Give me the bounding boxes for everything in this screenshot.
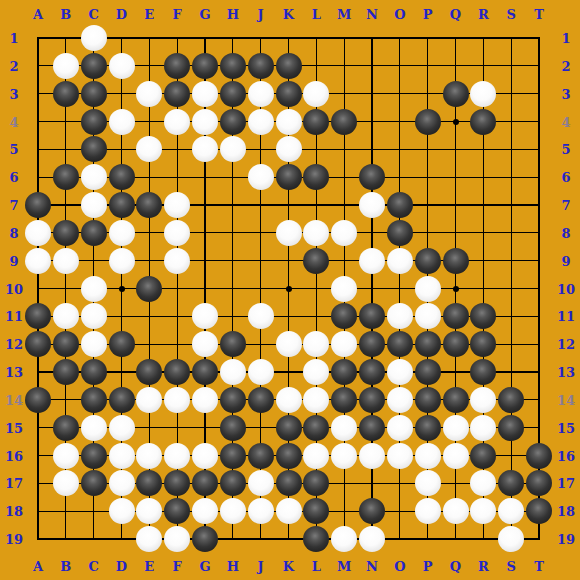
stone-black [415,359,441,385]
row-label-left: 12 [5,337,23,352]
row-label-right: 14 [557,392,575,407]
row-label-right: 19 [557,532,575,547]
stone-black [470,303,496,329]
stone-white [276,109,302,135]
stone-white [81,331,107,357]
stone-black [81,136,107,162]
row-label-left: 7 [9,198,18,213]
stone-black [276,53,302,79]
column-label-top: S [506,7,515,22]
stone-black [303,248,329,274]
stone-white [81,276,107,302]
column-label-bottom: B [60,559,71,574]
stone-white [303,331,329,357]
stone-white [498,526,524,552]
stone-white [276,220,302,246]
stone-black [220,387,246,413]
row-label-right: 11 [557,309,575,324]
stone-white [192,303,218,329]
stone-white [164,220,190,246]
column-label-bottom: O [394,559,405,574]
stone-white [164,109,190,135]
stone-black [359,303,385,329]
stone-black [387,220,413,246]
stone-black [303,526,329,552]
column-label-top: T [534,7,544,22]
stone-black [443,81,469,107]
stone-black [331,359,357,385]
column-label-top: N [366,7,378,22]
stone-black [192,526,218,552]
stone-white [387,303,413,329]
stone-white [164,387,190,413]
stone-black [248,443,274,469]
stone-white [415,303,441,329]
stone-white [331,415,357,441]
row-label-left: 14 [5,392,23,407]
stone-white [331,526,357,552]
stone-black [498,470,524,496]
stone-white [53,470,79,496]
stone-black [331,387,357,413]
stone-black [276,443,302,469]
column-label-bottom: M [337,559,351,574]
stone-black [53,415,79,441]
stone-white [164,192,190,218]
stone-black [526,443,552,469]
stone-black [443,248,469,274]
stone-black [25,331,51,357]
stone-black [415,415,441,441]
stone-white [498,498,524,524]
column-label-bottom: F [173,559,182,574]
stone-white [470,470,496,496]
row-label-left: 9 [9,253,18,268]
stone-white [331,331,357,357]
stone-white [109,109,135,135]
row-label-left: 4 [9,114,18,129]
stone-white [248,498,274,524]
row-label-left: 18 [5,504,23,519]
stone-black [220,331,246,357]
column-label-top: C [88,7,98,22]
stone-white [136,498,162,524]
stone-white [276,331,302,357]
column-label-top: K [283,7,294,22]
stone-black [81,359,107,385]
stone-white [109,220,135,246]
stone-black [359,331,385,357]
stone-black [303,109,329,135]
stone-white [53,53,79,79]
stone-white [276,498,302,524]
stone-black [415,109,441,135]
stone-white [164,526,190,552]
row-label-right: 9 [561,253,570,268]
stone-black [359,498,385,524]
stone-black [359,387,385,413]
stone-white [109,498,135,524]
column-label-bottom: R [478,559,489,574]
column-label-top: P [423,7,433,22]
stone-black [415,248,441,274]
stone-black [164,81,190,107]
row-label-left: 17 [5,476,23,491]
go-app: AABBCCDDEEFFGGHHJJKKLLMMNNOOPPQQRRSSTT11… [0,0,580,580]
stone-white [303,443,329,469]
column-label-top: A [33,7,43,22]
row-label-right: 4 [561,114,570,129]
grid-line-horizontal [37,538,539,539]
stone-white [248,470,274,496]
column-label-bottom: C [88,559,98,574]
column-label-bottom: J [258,559,264,574]
stone-white [164,443,190,469]
stone-black [81,81,107,107]
stone-black [359,415,385,441]
stone-black [220,109,246,135]
column-label-bottom: H [227,559,239,574]
stone-white [192,81,218,107]
stone-white [359,248,385,274]
stone-black [53,220,79,246]
stone-black [220,470,246,496]
row-label-right: 7 [561,198,570,213]
stone-white [136,443,162,469]
stone-black [359,164,385,190]
column-label-bottom: N [366,559,378,574]
row-label-left: 11 [5,309,23,324]
stone-white [109,53,135,79]
stone-white [276,387,302,413]
stone-black [415,387,441,413]
stone-black [220,53,246,79]
stone-black [220,415,246,441]
row-label-left: 5 [9,142,18,157]
row-label-right: 8 [561,225,570,240]
stone-white [248,164,274,190]
stone-black [81,109,107,135]
stone-white [387,387,413,413]
stone-white [359,192,385,218]
stone-white [443,415,469,441]
column-label-bottom: S [506,559,515,574]
row-label-left: 6 [9,170,18,185]
row-label-left: 8 [9,225,18,240]
column-label-top: R [478,7,489,22]
go-board[interactable]: AABBCCDDEEFFGGHHJJKKLLMMNNOOPPQQRRSSTT11… [0,0,580,580]
column-label-top: L [312,7,321,22]
stone-black [443,303,469,329]
stone-white [303,81,329,107]
stone-white [359,443,385,469]
stone-black [81,443,107,469]
column-label-bottom: D [116,559,127,574]
stone-white [192,331,218,357]
stone-white [303,359,329,385]
column-label-bottom: G [199,559,210,574]
stone-white [81,303,107,329]
row-label-right: 5 [561,142,570,157]
stone-black [164,470,190,496]
stone-black [331,303,357,329]
stone-white [415,276,441,302]
stone-black [470,109,496,135]
stone-white [303,220,329,246]
row-label-left: 2 [9,58,18,73]
stone-white [136,526,162,552]
column-label-bottom: E [144,559,154,574]
column-label-top: Q [450,7,461,22]
row-label-right: 15 [557,420,575,435]
stone-white [220,359,246,385]
stone-black [303,498,329,524]
stone-black [136,359,162,385]
stone-black [331,109,357,135]
stone-black [164,359,190,385]
row-label-right: 2 [561,58,570,73]
stone-white [25,248,51,274]
stone-white [359,526,385,552]
stone-white [415,498,441,524]
row-label-left: 15 [5,420,23,435]
stone-white [415,443,441,469]
column-label-bottom: T [534,559,544,574]
stone-black [248,53,274,79]
stone-black [443,331,469,357]
stone-white [192,387,218,413]
row-label-right: 18 [557,504,575,519]
stone-black [109,192,135,218]
row-label-left: 16 [5,448,23,463]
stone-white [81,192,107,218]
star-point [453,119,459,125]
stone-white [220,136,246,162]
column-label-top: B [60,7,71,22]
stone-white [248,109,274,135]
stone-black [164,53,190,79]
stone-white [303,387,329,413]
stone-black [276,81,302,107]
row-label-right: 10 [557,281,575,296]
star-point [453,286,459,292]
stone-black [81,220,107,246]
stone-black [303,415,329,441]
stone-white [136,81,162,107]
stone-white [248,81,274,107]
stone-black [415,331,441,357]
stone-black [359,359,385,385]
stone-white [470,387,496,413]
column-label-top: H [227,7,239,22]
star-point [119,286,125,292]
stone-white [331,220,357,246]
stone-white [415,470,441,496]
stone-white [109,443,135,469]
stone-black [164,498,190,524]
column-label-top: F [173,7,182,22]
stone-black [136,192,162,218]
row-label-right: 12 [557,337,575,352]
stone-black [303,164,329,190]
stone-black [53,331,79,357]
stone-black [498,415,524,441]
stone-white [53,443,79,469]
stone-black [81,470,107,496]
stone-white [164,248,190,274]
stone-black [81,387,107,413]
row-label-left: 1 [9,31,18,46]
stone-black [53,359,79,385]
stone-black [25,192,51,218]
stone-white [331,276,357,302]
row-label-left: 19 [5,532,23,547]
row-label-left: 10 [5,281,23,296]
grid-line-vertical [511,37,512,539]
stone-black [192,359,218,385]
stone-black [470,359,496,385]
stone-black [443,387,469,413]
stone-white [443,498,469,524]
star-point [286,286,292,292]
stone-white [220,498,246,524]
stone-black [136,470,162,496]
stone-white [109,415,135,441]
stone-black [276,470,302,496]
stone-white [109,470,135,496]
stone-white [53,303,79,329]
grid-line-horizontal [37,371,539,372]
stone-white [136,387,162,413]
stone-black [109,331,135,357]
stone-white [443,443,469,469]
stone-white [81,164,107,190]
stone-black [303,470,329,496]
stone-black [470,443,496,469]
column-label-top: G [199,7,210,22]
row-label-right: 17 [557,476,575,491]
column-label-bottom: P [423,559,433,574]
stone-white [470,81,496,107]
column-label-top: D [116,7,127,22]
stone-black [192,470,218,496]
row-label-right: 16 [557,448,575,463]
row-label-left: 3 [9,86,18,101]
stone-black [276,415,302,441]
stone-white [276,136,302,162]
column-label-top: E [144,7,154,22]
column-label-top: O [394,7,405,22]
stone-black [526,498,552,524]
stone-black [220,443,246,469]
stone-black [387,192,413,218]
stone-black [276,164,302,190]
stone-black [109,164,135,190]
stone-white [387,359,413,385]
stone-white [470,498,496,524]
stone-white [387,443,413,469]
column-label-bottom: L [312,559,321,574]
row-label-right: 3 [561,86,570,101]
stone-black [109,387,135,413]
stone-white [25,220,51,246]
stone-black [25,387,51,413]
stone-black [220,81,246,107]
stone-white [136,136,162,162]
stone-white [53,248,79,274]
stone-black [25,303,51,329]
stone-white [387,248,413,274]
column-label-bottom: K [283,559,294,574]
stone-white [192,136,218,162]
stone-black [470,331,496,357]
stone-white [248,303,274,329]
stone-white [331,443,357,469]
stone-black [248,387,274,413]
stone-black [192,53,218,79]
stone-white [248,359,274,385]
stone-white [192,498,218,524]
row-label-right: 1 [561,31,570,46]
stone-white [387,415,413,441]
stone-white [470,415,496,441]
stone-black [136,276,162,302]
stone-white [81,415,107,441]
column-label-bottom: Q [450,559,461,574]
stone-black [81,53,107,79]
column-label-top: M [337,7,351,22]
stone-black [387,331,413,357]
column-label-bottom: A [33,559,43,574]
column-label-top: J [258,7,264,22]
stone-white [109,248,135,274]
row-label-left: 13 [5,365,23,380]
stone-black [53,81,79,107]
stone-white [81,25,107,51]
stone-white [192,109,218,135]
stone-black [498,387,524,413]
stone-white [192,443,218,469]
stone-black [53,164,79,190]
row-label-right: 13 [557,365,575,380]
row-label-right: 6 [561,170,570,185]
stone-black [526,470,552,496]
